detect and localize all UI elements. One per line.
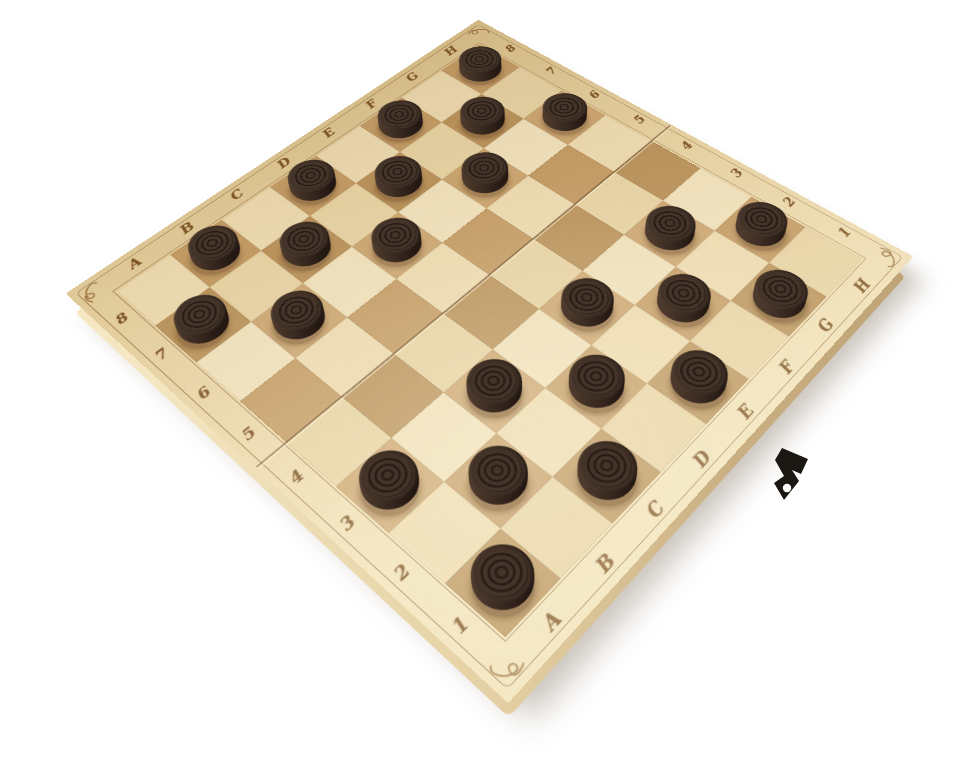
checker-white-e7[interactable] (367, 159, 432, 205)
file-label-top: E (295, 112, 360, 155)
rank-label-right: 5 (606, 100, 672, 141)
file-label-top: G (381, 58, 442, 97)
square-e6[interactable] (398, 179, 486, 242)
square-e7[interactable] (356, 152, 442, 212)
square-d7[interactable] (310, 183, 398, 246)
checker-white-h8[interactable] (451, 51, 510, 88)
square-g4[interactable] (575, 172, 663, 235)
square-d6[interactable] (352, 212, 443, 279)
square-f5[interactable] (487, 176, 575, 239)
board-scene: AA88BB77CC66DD55EE44FF33GG22HH11 (0, 0, 960, 768)
metal-clasp-icon (772, 448, 816, 504)
square-g7[interactable] (442, 94, 524, 148)
rank-label-right: 6 (561, 76, 625, 115)
checker-white-d6[interactable] (363, 220, 432, 271)
file-label-top: H (420, 33, 479, 71)
rank-label-right: 7 (519, 53, 581, 91)
checker-white-f6[interactable] (453, 155, 518, 200)
square-e5[interactable] (443, 208, 534, 275)
checker-white-f8[interactable] (370, 104, 432, 145)
file-label-top: C (201, 172, 270, 220)
rank-label-right: 4 (652, 125, 720, 168)
checker-white-c7[interactable] (272, 224, 341, 275)
square-e8[interactable] (316, 126, 400, 183)
checker-dark-g3[interactable] (635, 208, 704, 258)
rank-label-right: 3 (700, 151, 770, 197)
square-d8[interactable] (270, 156, 356, 216)
square-h6[interactable] (524, 91, 606, 145)
checker-white-d8[interactable] (280, 163, 345, 209)
square-h5[interactable] (568, 115, 652, 172)
square-h8[interactable] (441, 45, 519, 94)
checker-white-h6[interactable] (534, 97, 596, 138)
square-g8[interactable] (402, 71, 482, 123)
square-f8[interactable] (360, 98, 442, 152)
square-f4[interactable] (533, 204, 624, 270)
rank-label-right: 8 (479, 31, 539, 67)
checker-dark-h2[interactable] (726, 204, 795, 254)
checkers-board: AA88BB77CC66DD55EE44FF33GG22HH11 (66, 20, 914, 704)
checker-white-g7[interactable] (452, 100, 514, 141)
file-label-top: D (249, 141, 316, 187)
checker-white-b8[interactable] (181, 228, 250, 279)
square-h7[interactable] (482, 67, 562, 119)
square-g3[interactable] (624, 201, 715, 267)
square-f6[interactable] (442, 148, 528, 208)
square-h4[interactable] (614, 141, 700, 201)
photo-background: AA88BB77CC66DD55EE44FF33GG22HH11 (0, 0, 960, 768)
square-g6[interactable] (484, 119, 568, 176)
corner-flourish-icon (458, 20, 499, 45)
square-c7[interactable] (261, 216, 352, 283)
square-h3[interactable] (663, 168, 751, 231)
square-c8[interactable] (222, 187, 310, 251)
square-g5[interactable] (528, 145, 614, 205)
square-f7[interactable] (400, 122, 484, 179)
file-label-top: F (339, 84, 402, 125)
